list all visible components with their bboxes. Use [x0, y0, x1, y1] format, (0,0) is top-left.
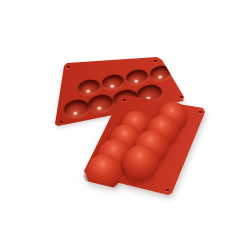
mold-cavity — [135, 82, 163, 103]
corner-hole — [123, 99, 126, 102]
mold-dome — [123, 145, 159, 181]
mold-dome-side — [0, 0, 250, 250]
corner-hole — [60, 121, 63, 124]
mold-dome — [135, 130, 169, 164]
cavity-specular-highlight — [73, 111, 76, 114]
cavity-specular-highlight — [97, 106, 100, 109]
mold-dome — [147, 115, 179, 147]
front-mold-shadow — [0, 0, 250, 250]
cavity-specular-highlight — [111, 85, 114, 88]
mold-dome — [158, 102, 188, 132]
cavity-specular-highlight — [87, 90, 90, 93]
mold-cavity — [125, 68, 149, 86]
mold-dome — [86, 154, 122, 190]
mold-cavity — [148, 64, 171, 82]
cavity-specular-highlight — [158, 76, 161, 79]
corner-hole — [180, 96, 183, 99]
mold-dome — [98, 139, 132, 173]
mold-cavity-side — [0, 0, 250, 250]
cavity-specular-highlight — [122, 101, 125, 104]
mold-cavity — [62, 97, 90, 118]
mold-cavity — [77, 78, 101, 96]
mold-dome — [110, 124, 142, 156]
mold-cavity — [111, 87, 139, 108]
mold-cavity — [86, 92, 114, 113]
corner-hole — [199, 111, 202, 114]
mold-cavity — [101, 73, 125, 91]
photo-stage — [0, 0, 250, 250]
corner-hole — [166, 189, 169, 192]
back-mold-shadow — [0, 0, 250, 250]
cavity-specular-highlight — [146, 96, 149, 99]
mold-dome — [121, 111, 151, 141]
cavity-specular-highlight — [135, 80, 138, 83]
dome-layer — [0, 0, 250, 250]
corner-hole — [91, 170, 94, 173]
corner-hole — [67, 66, 70, 69]
corner-hole — [154, 60, 157, 63]
